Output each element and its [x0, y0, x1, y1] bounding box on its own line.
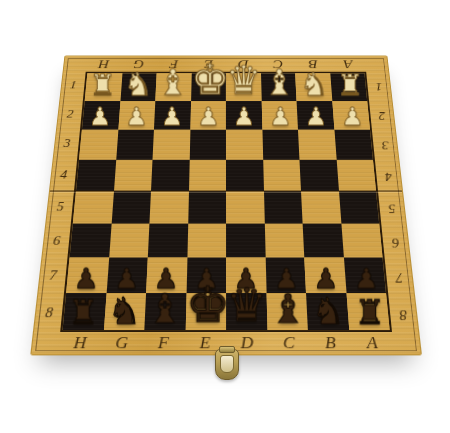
square-a3[interactable]	[334, 130, 373, 160]
rank-left-label: 4	[50, 159, 77, 191]
square-f6[interactable]	[148, 224, 188, 258]
square-g5[interactable]	[111, 191, 151, 224]
rank-left-label: 2	[57, 100, 83, 129]
piece-white-rook: ♜	[332, 71, 367, 100]
square-c6[interactable]	[264, 224, 304, 258]
square-d5[interactable]	[226, 191, 264, 224]
square-a6[interactable]	[341, 224, 383, 258]
square-a2[interactable]: ♟	[332, 101, 370, 130]
square-g7[interactable]: ♟	[106, 258, 148, 293]
square-c3[interactable]	[262, 130, 299, 160]
file-top-label: G	[121, 56, 157, 72]
rank-right-label: 5	[378, 191, 406, 224]
square-h2[interactable]: ♟	[82, 101, 120, 130]
square-g3[interactable]	[116, 130, 154, 160]
square-h4[interactable]	[76, 160, 116, 191]
piece-black-knight: ♞	[308, 292, 349, 329]
chess-board: HGFEDCBA HGFEDCBA 12345678 12345678 ♜♞♝♚…	[30, 56, 422, 356]
square-e8[interactable]: ♚	[185, 293, 226, 330]
square-a8[interactable]: ♜	[346, 293, 390, 330]
rank-left-label: 7	[38, 258, 67, 294]
file-top-label: B	[295, 56, 331, 72]
square-e7[interactable]: ♟	[186, 258, 226, 293]
square-g2[interactable]: ♟	[118, 101, 155, 130]
file-bottom-label: F	[142, 332, 185, 354]
piece-black-bishop: ♝	[144, 289, 185, 329]
piece-black-pawn: ♟	[346, 264, 386, 292]
brass-latch	[215, 349, 239, 380]
square-d6[interactable]	[226, 224, 265, 258]
board-perspective-wrap: HGFEDCBA HGFEDCBA 12345678 12345678 ♜♞♝♚…	[49, 14, 401, 366]
rank-right-label: 1	[366, 72, 391, 100]
square-h5[interactable]	[73, 191, 114, 224]
square-d1[interactable]: ♛	[226, 73, 261, 101]
square-h7[interactable]: ♟	[66, 258, 109, 293]
square-a5[interactable]	[339, 191, 380, 224]
square-e4[interactable]	[189, 160, 227, 191]
square-a7[interactable]: ♟	[343, 258, 386, 293]
piece-white-pawn: ♟	[298, 104, 334, 129]
file-bottom-label: G	[100, 332, 143, 354]
file-top-label: H	[86, 56, 122, 72]
square-f3[interactable]	[153, 130, 190, 160]
square-g1[interactable]: ♞	[120, 73, 157, 101]
square-g6[interactable]	[109, 224, 150, 258]
piece-black-pawn: ♟	[226, 264, 266, 292]
piece-black-pawn: ♟	[186, 264, 226, 292]
square-h6[interactable]	[70, 224, 112, 258]
rank-left-label: 3	[54, 129, 80, 159]
file-top-label: A	[330, 56, 366, 72]
square-b1[interactable]: ♞	[295, 73, 332, 101]
file-bottom-label: H	[58, 332, 102, 354]
rank-left-label: 8	[34, 294, 64, 332]
piece-white-pawn: ♟	[334, 104, 370, 129]
piece-white-pawn: ♟	[82, 104, 118, 129]
piece-black-pawn: ♟	[66, 264, 106, 292]
rank-left-label: 1	[60, 72, 85, 100]
rank-right-label: 3	[372, 129, 399, 159]
piece-white-knight: ♞	[120, 68, 155, 100]
square-c2[interactable]: ♟	[261, 101, 298, 130]
square-f8[interactable]: ♝	[144, 293, 186, 330]
piece-white-pawn: ♟	[262, 104, 298, 129]
square-b2[interactable]: ♟	[297, 101, 334, 130]
square-b6[interactable]	[303, 224, 344, 258]
square-e2[interactable]: ♟	[190, 101, 226, 130]
rank-right-label: 4	[375, 159, 402, 191]
piece-black-bishop: ♝	[267, 289, 308, 329]
square-c4[interactable]	[263, 160, 301, 191]
rank-right-label: 6	[381, 224, 409, 258]
file-top-label: C	[261, 56, 296, 72]
square-d8[interactable]: ♛	[226, 293, 267, 330]
square-e1[interactable]: ♚	[191, 73, 226, 101]
square-d7[interactable]: ♟	[226, 258, 266, 293]
square-g8[interactable]: ♞	[103, 293, 146, 330]
rank-right-label: 7	[385, 258, 414, 294]
file-top-label: D	[226, 56, 261, 72]
rank-left-label: 6	[42, 224, 70, 258]
square-d4[interactable]	[226, 160, 264, 191]
square-e6[interactable]	[187, 224, 226, 258]
file-bottom-label: A	[351, 332, 395, 354]
square-f1[interactable]: ♝	[155, 73, 191, 101]
square-h1[interactable]: ♜	[85, 73, 122, 101]
square-b4[interactable]	[299, 160, 338, 191]
piece-black-rook: ♜	[349, 295, 390, 329]
piece-black-pawn: ♟	[266, 264, 306, 292]
chess-set-photo: HGFEDCBA HGFEDCBA 12345678 12345678 ♜♞♝♚…	[0, 0, 450, 433]
piece-black-knight: ♞	[104, 292, 145, 329]
square-f2[interactable]: ♟	[154, 101, 191, 130]
square-a1[interactable]: ♜	[330, 73, 367, 101]
piece-black-rook: ♜	[63, 295, 104, 329]
square-g4[interactable]	[114, 160, 153, 191]
square-d2[interactable]: ♟	[226, 101, 262, 130]
rank-right-label: 2	[369, 100, 395, 129]
square-b8[interactable]: ♞	[306, 293, 349, 330]
square-a4[interactable]	[336, 160, 376, 191]
square-h3[interactable]	[79, 130, 118, 160]
file-bottom-label: C	[268, 332, 311, 354]
piece-black-pawn: ♟	[106, 264, 146, 292]
square-b5[interactable]	[301, 191, 341, 224]
board-grid: ♜♞♝♚♛♝♞♜♟♟♟♟♟♟♟♟♟♟♟♟♟♟♟♟♜♞♝♚♛♝♞♜	[60, 72, 392, 332]
piece-white-knight: ♞	[297, 68, 332, 100]
square-f5[interactable]	[149, 191, 188, 224]
piece-white-rook: ♜	[85, 71, 120, 100]
file-top-label: F	[156, 56, 191, 72]
piece-white-pawn: ♟	[190, 104, 226, 129]
square-h8[interactable]: ♜	[63, 293, 107, 330]
square-b3[interactable]	[298, 130, 336, 160]
square-c5[interactable]	[264, 191, 303, 224]
piece-white-pawn: ♟	[154, 104, 190, 129]
square-e3[interactable]	[189, 130, 226, 160]
square-d3[interactable]	[226, 130, 263, 160]
files-top: HGFEDCBA	[86, 56, 366, 72]
rank-right-label: 8	[388, 294, 418, 332]
rank-left-label: 5	[46, 191, 74, 224]
piece-white-pawn: ♟	[226, 104, 262, 129]
square-b7[interactable]: ♟	[304, 258, 346, 293]
square-f7[interactable]: ♟	[146, 258, 187, 293]
piece-white-pawn: ♟	[118, 104, 154, 129]
file-top-label: E	[191, 56, 226, 72]
piece-black-pawn: ♟	[146, 264, 186, 292]
file-bottom-label: B	[309, 332, 352, 354]
square-c8[interactable]: ♝	[266, 293, 308, 330]
square-e5[interactable]	[188, 191, 226, 224]
square-c1[interactable]: ♝	[261, 73, 297, 101]
square-c7[interactable]: ♟	[265, 258, 306, 293]
piece-black-pawn: ♟	[306, 264, 346, 292]
square-f4[interactable]	[151, 160, 189, 191]
